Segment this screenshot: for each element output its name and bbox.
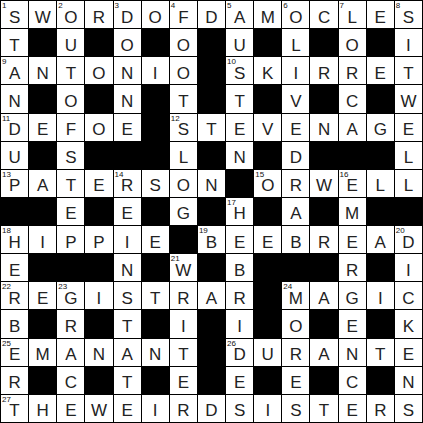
cell-letter: A <box>318 285 329 307</box>
cell-r1c7[interactable]: 4F <box>170 1 197 28</box>
cell-letter: U <box>262 341 274 363</box>
cell-letter: T <box>206 116 216 138</box>
cell-letter: E <box>121 397 132 419</box>
cell-r3c15[interactable]: T <box>395 57 422 84</box>
cell-letter: S <box>403 4 414 26</box>
block-cell-r6c10 <box>254 142 281 169</box>
block-cell-r14c14 <box>367 367 394 394</box>
cell-r3c11[interactable]: I <box>282 57 309 84</box>
block-cell-r6c4 <box>85 142 112 169</box>
cell-letter: O <box>177 172 190 194</box>
cell-r5c8[interactable]: T <box>198 114 225 141</box>
cell-r1c13[interactable]: 7L <box>339 1 366 28</box>
cell-r1c10[interactable]: M <box>254 1 281 28</box>
clue-number: 17 <box>227 199 236 207</box>
clue-number: 22 <box>2 283 11 291</box>
block-cell-r6c5 <box>114 142 141 169</box>
cell-letter: T <box>178 88 188 110</box>
cell-r14c5[interactable]: T <box>114 367 141 394</box>
clue-number: 12 <box>171 115 180 123</box>
cell-letter: E <box>290 116 301 138</box>
clue-number: 10 <box>227 58 236 66</box>
clue-number: 13 <box>2 171 11 179</box>
cell-r13c13[interactable]: N <box>339 339 366 366</box>
cell-r9c12[interactable]: R <box>310 226 337 253</box>
block-cell-r12c12 <box>310 310 337 337</box>
cell-r13c3[interactable]: A <box>57 339 84 366</box>
clue-number: 5 <box>227 2 231 10</box>
cell-letter: A <box>9 60 20 82</box>
cell-r15c8[interactable]: D <box>198 395 225 422</box>
cell-r14c1[interactable]: R <box>1 367 28 394</box>
cell-letter: B <box>9 313 20 335</box>
cell-r14c15[interactable]: N <box>395 367 422 394</box>
cell-r3c6[interactable]: I <box>142 57 169 84</box>
cell-r2c15[interactable]: I <box>395 29 422 56</box>
block-cell-r13c8 <box>198 339 225 366</box>
cell-r11c11[interactable]: 24M <box>282 282 309 309</box>
cell-letter: C <box>318 4 330 26</box>
block-cell-r6c14 <box>367 142 394 169</box>
cell-r2c3[interactable]: U <box>57 29 84 56</box>
cell-r1c9[interactable]: 5A <box>226 1 253 28</box>
cell-letter: I <box>153 60 158 82</box>
cell-letter: N <box>37 60 49 82</box>
cell-letter: T <box>319 397 329 419</box>
cell-r5c4[interactable]: O <box>85 114 112 141</box>
cell-r13c15[interactable]: E <box>395 339 422 366</box>
cell-letter: E <box>346 397 357 419</box>
block-cell-r14c4 <box>85 367 112 394</box>
cell-r3c14[interactable]: E <box>367 57 394 84</box>
cell-r1c6[interactable]: O <box>142 1 169 28</box>
cell-r8c3[interactable]: E <box>57 198 84 225</box>
block-cell-r12c4 <box>85 310 112 337</box>
block-cell-r8c1 <box>1 198 28 225</box>
cell-r5c5[interactable]: E <box>114 114 141 141</box>
cell-r4c5[interactable]: N <box>114 85 141 112</box>
cell-letter: I <box>153 397 158 419</box>
cell-r15c10[interactable]: I <box>254 395 281 422</box>
cell-r13c12[interactable]: A <box>310 339 337 366</box>
cell-letter: S <box>290 397 301 419</box>
cell-r3c13[interactable]: R <box>339 57 366 84</box>
cell-r13c1[interactable]: 25E <box>1 339 28 366</box>
cell-letter: T <box>234 88 244 110</box>
cell-r7c5[interactable]: 14R <box>114 170 141 197</box>
cell-letter: H <box>37 397 49 419</box>
cell-r7c3[interactable]: T <box>57 170 84 197</box>
cell-r14c13[interactable]: C <box>339 367 366 394</box>
cell-letter: N <box>233 144 245 166</box>
cell-r3c12[interactable]: R <box>310 57 337 84</box>
cell-r13c11[interactable]: R <box>282 339 309 366</box>
cell-letter: S <box>9 4 20 26</box>
cell-letter: N <box>121 60 133 82</box>
cell-r12c1[interactable]: B <box>1 310 28 337</box>
clue-number: 26 <box>227 340 236 348</box>
cell-letter: T <box>150 285 160 307</box>
cell-r13c9[interactable]: 26D <box>226 339 253 366</box>
cell-r12c5[interactable]: T <box>114 310 141 337</box>
cell-r14c3[interactable]: C <box>57 367 84 394</box>
cell-r7c6[interactable]: S <box>142 170 169 197</box>
cell-r2c1[interactable]: T <box>1 29 28 56</box>
cell-letter: N <box>346 341 358 363</box>
block-cell-r10c12 <box>310 254 337 281</box>
cell-r11c12[interactable]: A <box>310 282 337 309</box>
cell-letter: E <box>375 60 386 82</box>
cell-r1c5[interactable]: 3D <box>114 1 141 28</box>
clue-number: 2 <box>58 2 62 10</box>
cell-r4c13[interactable]: C <box>339 85 366 112</box>
block-cell-r8c15 <box>395 198 422 225</box>
cell-r6c9[interactable]: N <box>226 142 253 169</box>
block-cell-r12c10 <box>254 310 281 337</box>
cell-r12c9[interactable]: I <box>226 310 253 337</box>
cell-letter: E <box>121 200 132 222</box>
cell-r9c8[interactable]: 19B <box>198 226 225 253</box>
cell-letter: O <box>289 4 302 26</box>
cell-letter: M <box>345 200 359 222</box>
block-cell-r12c6 <box>142 310 169 337</box>
cell-r15c1[interactable]: 27T <box>1 395 28 422</box>
block-cell-r10c2 <box>29 254 56 281</box>
cell-r3c7[interactable]: O <box>170 57 197 84</box>
cell-r4c7[interactable]: T <box>170 85 197 112</box>
cell-r5c3[interactable]: F <box>57 114 84 141</box>
cell-r10c9[interactable]: B <box>226 254 253 281</box>
cell-r15c9[interactable]: S <box>226 395 253 422</box>
cell-r11c15[interactable]: C <box>395 282 422 309</box>
cell-letter: L <box>179 144 188 166</box>
cell-r5c12[interactable]: N <box>310 114 337 141</box>
block-cell-r12c14 <box>367 310 394 337</box>
cell-letter: E <box>65 397 76 419</box>
cell-letter: O <box>177 32 190 54</box>
clue-number: 19 <box>199 227 208 235</box>
cell-r8c9[interactable]: 17H <box>226 198 253 225</box>
cell-r3c3[interactable]: T <box>57 57 84 84</box>
cell-r9c5[interactable]: I <box>114 226 141 253</box>
cell-r9c13[interactable]: E <box>339 226 366 253</box>
block-cell-r2c2 <box>29 29 56 56</box>
cell-letter: O <box>177 60 190 82</box>
cell-letter: A <box>37 172 48 194</box>
cell-r13c2[interactable]: M <box>29 339 56 366</box>
block-cell-r10c8 <box>198 254 225 281</box>
cell-letter: I <box>125 229 130 251</box>
cell-r12c3[interactable]: R <box>57 310 84 337</box>
block-cell-r2c8 <box>198 29 225 56</box>
block-cell-r8c14 <box>367 198 394 225</box>
cell-r14c9[interactable]: E <box>226 367 253 394</box>
cell-letter: W <box>35 4 51 26</box>
block-cell-r14c12 <box>310 367 337 394</box>
cell-letter: I <box>181 313 186 335</box>
cell-letter: V <box>290 88 301 110</box>
cell-r11c14[interactable]: I <box>367 282 394 309</box>
cell-r5c13[interactable]: A <box>339 114 366 141</box>
block-cell-r14c6 <box>142 367 169 394</box>
cell-letter: F <box>66 116 76 138</box>
cell-letter: G <box>374 116 387 138</box>
block-cell-r4c4 <box>85 85 112 112</box>
cell-r8c11[interactable]: A <box>282 198 309 225</box>
cell-r6c1[interactable]: U <box>1 142 28 169</box>
cell-r7c13[interactable]: 16E <box>339 170 366 197</box>
clue-number: 23 <box>58 283 67 291</box>
cell-letter: U <box>233 32 245 54</box>
cell-r7c12[interactable]: W <box>310 170 337 197</box>
cell-r14c11[interactable]: E <box>282 367 309 394</box>
cell-letter: D <box>290 144 302 166</box>
block-cell-r3c8 <box>198 57 225 84</box>
cell-r7c2[interactable]: A <box>29 170 56 197</box>
cell-letter: I <box>237 313 242 335</box>
block-cell-r8c10 <box>254 198 281 225</box>
cell-r5c7[interactable]: 12S <box>170 114 197 141</box>
cell-r13c14[interactable]: T <box>367 339 394 366</box>
clue-number: 1 <box>2 2 6 10</box>
block-cell-r6c6 <box>142 142 169 169</box>
cell-r1c14[interactable]: E <box>367 1 394 28</box>
cell-r11c9[interactable]: R <box>226 282 253 309</box>
cell-r5c11[interactable]: E <box>282 114 309 141</box>
cell-r11c7[interactable]: R <box>170 282 197 309</box>
cell-r11c5[interactable]: S <box>114 282 141 309</box>
cell-letter: M <box>261 4 275 26</box>
cell-r5c14[interactable]: G <box>367 114 394 141</box>
block-cell-r10c11 <box>282 254 309 281</box>
block-cell-r2c6 <box>142 29 169 56</box>
cell-r9c1[interactable]: 18H <box>1 226 28 253</box>
cell-r11c6[interactable]: T <box>142 282 169 309</box>
cell-r3c5[interactable]: N <box>114 57 141 84</box>
clue-number: 25 <box>2 340 11 348</box>
cell-r10c13[interactable]: R <box>339 254 366 281</box>
cell-r6c3[interactable]: S <box>57 142 84 169</box>
cell-r11c8[interactable]: A <box>198 282 225 309</box>
cell-r2c13[interactable]: O <box>339 29 366 56</box>
cell-r11c1[interactable]: 22R <box>1 282 28 309</box>
cell-r15c13[interactable]: E <box>339 395 366 422</box>
block-cell-r5c6 <box>142 114 169 141</box>
cell-r8c5[interactable]: E <box>114 198 141 225</box>
cell-r1c8[interactable]: D <box>198 1 225 28</box>
cell-r9c3[interactable]: P <box>57 226 84 253</box>
cell-r11c4[interactable]: I <box>85 282 112 309</box>
cell-r7c8[interactable]: N <box>198 170 225 197</box>
cell-r5c1[interactable]: 11D <box>1 114 28 141</box>
cell-letter: R <box>177 397 189 419</box>
cell-r5c10[interactable]: V <box>254 114 281 141</box>
cell-r5c15[interactable]: E <box>395 114 422 141</box>
cell-letter: K <box>403 313 414 335</box>
cell-r5c9[interactable]: E <box>226 114 253 141</box>
cell-r4c9[interactable]: T <box>226 85 253 112</box>
clue-number: 21 <box>171 255 180 263</box>
cell-r7c10[interactable]: 15O <box>254 170 281 197</box>
cell-r7c15[interactable]: L <box>395 170 422 197</box>
cell-letter: T <box>403 60 413 82</box>
cell-r4c3[interactable]: O <box>57 85 84 112</box>
cell-letter: I <box>406 32 411 54</box>
cell-r2c7[interactable]: O <box>170 29 197 56</box>
block-cell-r10c4 <box>85 254 112 281</box>
cell-r13c7[interactable]: T <box>170 339 197 366</box>
cell-r1c2[interactable]: W <box>29 1 56 28</box>
cell-r1c4[interactable]: R <box>85 1 112 28</box>
cell-letter: N <box>205 172 217 194</box>
cell-r7c1[interactable]: 13P <box>1 170 28 197</box>
cell-r13c6[interactable]: N <box>142 339 169 366</box>
cell-r3c2[interactable]: N <box>29 57 56 84</box>
cell-r15c4[interactable]: W <box>85 395 112 422</box>
cell-letter: E <box>403 341 414 363</box>
cell-letter: L <box>347 4 356 26</box>
cell-letter: R <box>346 257 358 279</box>
cell-r2c5[interactable]: O <box>114 29 141 56</box>
cell-r6c15[interactable]: L <box>395 142 422 169</box>
cell-letter: L <box>404 144 413 166</box>
cell-r1c3[interactable]: 2O <box>57 1 84 28</box>
block-cell-r4c8 <box>198 85 225 112</box>
cell-r6c11[interactable]: D <box>282 142 309 169</box>
cell-r11c3[interactable]: 23G <box>57 282 84 309</box>
cell-r10c15[interactable]: I <box>395 254 422 281</box>
cell-r4c1[interactable]: N <box>1 85 28 112</box>
cell-r9c9[interactable]: E <box>226 226 253 253</box>
cell-letter: N <box>121 88 133 110</box>
cell-r9c15[interactable]: 20D <box>395 226 422 253</box>
cell-r10c7[interactable]: 21W <box>170 254 197 281</box>
cell-r7c4[interactable]: E <box>85 170 112 197</box>
clue-number: 8 <box>396 2 400 10</box>
cell-r9c11[interactable]: B <box>282 226 309 253</box>
cell-r14c7[interactable]: E <box>170 367 197 394</box>
cell-letter: E <box>37 285 48 307</box>
cell-r6c7[interactable]: L <box>170 142 197 169</box>
cell-r13c5[interactable]: A <box>114 339 141 366</box>
block-cell-r2c14 <box>367 29 394 56</box>
block-cell-r12c2 <box>29 310 56 337</box>
cell-r15c6[interactable]: I <box>142 395 169 422</box>
cell-r15c15[interactable]: S <box>395 395 422 422</box>
cell-letter: I <box>40 229 45 251</box>
cell-letter: L <box>291 32 300 54</box>
cell-r11c13[interactable]: G <box>339 282 366 309</box>
cell-r13c10[interactable]: U <box>254 339 281 366</box>
cell-r15c2[interactable]: H <box>29 395 56 422</box>
cell-letter: I <box>378 285 383 307</box>
block-cell-r6c8 <box>198 142 225 169</box>
cell-r9c2[interactable]: I <box>29 226 56 253</box>
cell-r4c15[interactable]: W <box>395 85 422 112</box>
cell-letter: P <box>93 229 104 251</box>
cell-r15c14[interactable]: R <box>367 395 394 422</box>
cell-r1c1[interactable]: 1S <box>1 1 28 28</box>
clue-number: 20 <box>396 227 405 235</box>
block-cell-r2c4 <box>85 29 112 56</box>
cell-letter: C <box>346 369 358 391</box>
cell-r10c1[interactable]: E <box>1 254 28 281</box>
cell-letter: N <box>93 341 105 363</box>
cell-r1c12[interactable]: C <box>310 1 337 28</box>
cell-letter: R <box>318 229 330 251</box>
cell-r2c11[interactable]: L <box>282 29 309 56</box>
cell-r15c11[interactable]: S <box>282 395 309 422</box>
cell-r5c2[interactable]: E <box>29 114 56 141</box>
cell-letter: U <box>8 144 20 166</box>
block-cell-r6c13 <box>339 142 366 169</box>
cell-r9c10[interactable]: E <box>254 226 281 253</box>
cell-r15c7[interactable]: R <box>170 395 197 422</box>
cell-letter: E <box>65 200 76 222</box>
cell-r9c4[interactable]: P <box>85 226 112 253</box>
cell-r8c7[interactable]: G <box>170 198 197 225</box>
cell-letter: O <box>149 4 162 26</box>
cell-letter: A <box>234 4 245 26</box>
cell-letter: K <box>262 60 273 82</box>
cell-r9c14[interactable]: A <box>367 226 394 253</box>
cell-letter: A <box>206 285 217 307</box>
cell-letter: E <box>290 369 301 391</box>
cell-letter: E <box>234 229 245 251</box>
cell-letter: N <box>318 116 330 138</box>
cell-r2c9[interactable]: U <box>226 29 253 56</box>
cell-letter: N <box>149 341 161 363</box>
cell-r9c6[interactable]: E <box>142 226 169 253</box>
cell-letter: A <box>290 200 301 222</box>
cell-letter: M <box>36 341 50 363</box>
cell-r4c11[interactable]: V <box>282 85 309 112</box>
cell-r12c11[interactable]: O <box>282 310 309 337</box>
block-cell-r8c6 <box>142 198 169 225</box>
cell-r3c4[interactable]: O <box>85 57 112 84</box>
cell-letter: E <box>9 257 20 279</box>
clue-number: 15 <box>255 171 264 179</box>
cell-r3c10[interactable]: K <box>254 57 281 84</box>
cell-r7c11[interactable]: R <box>282 170 309 197</box>
cell-letter: T <box>9 32 19 54</box>
cell-r10c5[interactable]: N <box>114 254 141 281</box>
cell-r15c12[interactable]: T <box>310 395 337 422</box>
cell-r15c5[interactable]: E <box>114 395 141 422</box>
cell-letter: R <box>346 60 358 82</box>
cell-r3c9[interactable]: 10S <box>226 57 253 84</box>
cell-r7c14[interactable]: L <box>367 170 394 197</box>
cell-r11c2[interactable]: E <box>29 282 56 309</box>
clue-number: 11 <box>2 115 10 123</box>
clue-number: 3 <box>115 2 119 10</box>
cell-letter: E <box>375 4 386 26</box>
cell-r12c7[interactable]: I <box>170 310 197 337</box>
cell-r1c15[interactable]: 8S <box>395 1 422 28</box>
clue-number: 4 <box>171 2 175 10</box>
cell-r8c13[interactable]: M <box>339 198 366 225</box>
cell-r1c11[interactable]: 6O <box>282 1 309 28</box>
cell-r12c15[interactable]: K <box>395 310 422 337</box>
block-cell-r4c10 <box>254 85 281 112</box>
cell-r7c7[interactable]: O <box>170 170 197 197</box>
cell-r15c3[interactable]: E <box>57 395 84 422</box>
cell-r3c1[interactable]: 9A <box>1 57 28 84</box>
cell-letter: C <box>346 88 358 110</box>
cell-r12c13[interactable]: E <box>339 310 366 337</box>
cell-r13c4[interactable]: N <box>85 339 112 366</box>
block-cell-r11c10 <box>254 282 281 309</box>
